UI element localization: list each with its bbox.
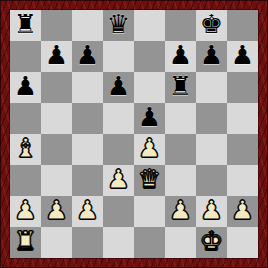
white-pawn-icon[interactable]: ♟ [45,196,68,226]
square-f3[interactable] [165,165,196,196]
black-pawn-icon[interactable]: ♟ [45,41,68,71]
square-c8[interactable] [72,10,103,41]
white-pawn-icon[interactable]: ♟ [14,196,37,226]
square-a3[interactable] [10,165,41,196]
black-pawn-icon[interactable]: ♟ [231,41,254,71]
square-f8[interactable] [165,10,196,41]
square-b8[interactable] [41,10,72,41]
square-d5[interactable] [103,103,134,134]
square-g3[interactable] [196,165,227,196]
square-d1[interactable] [103,227,134,258]
square-f6[interactable]: ♜ [165,72,196,103]
square-a5[interactable] [10,103,41,134]
white-pawn-icon[interactable]: ♟ [231,196,254,226]
square-c1[interactable] [72,227,103,258]
square-c3[interactable] [72,165,103,196]
black-pawn-icon[interactable]: ♟ [200,41,223,71]
square-a6[interactable]: ♟ [10,72,41,103]
square-g8[interactable]: ♚ [196,10,227,41]
board-frame: ♜♛♚♟♟♟♟♟♟♟♜♟♝♟♟♛♟♟♟♟♟♟♜♚ [0,0,268,268]
white-king-icon[interactable]: ♚ [200,227,223,257]
square-e6[interactable] [134,72,165,103]
square-d3[interactable]: ♟ [103,165,134,196]
square-h1[interactable] [227,227,258,258]
square-c2[interactable]: ♟ [72,196,103,227]
square-b1[interactable] [41,227,72,258]
white-bishop-icon[interactable]: ♝ [14,134,37,164]
square-c6[interactable] [72,72,103,103]
white-pawn-icon[interactable]: ♟ [169,196,192,226]
square-b4[interactable] [41,134,72,165]
square-f5[interactable] [165,103,196,134]
square-e3[interactable]: ♛ [134,165,165,196]
black-pawn-icon[interactable]: ♟ [169,41,192,71]
square-a4[interactable]: ♝ [10,134,41,165]
square-f2[interactable]: ♟ [165,196,196,227]
white-pawn-icon[interactable]: ♟ [107,165,130,195]
square-g6[interactable] [196,72,227,103]
square-e8[interactable] [134,10,165,41]
square-e2[interactable] [134,196,165,227]
black-pawn-icon[interactable]: ♟ [107,72,130,102]
square-h5[interactable] [227,103,258,134]
chess-board: ♜♛♚♟♟♟♟♟♟♟♜♟♝♟♟♛♟♟♟♟♟♟♜♚ [10,10,258,258]
square-f4[interactable] [165,134,196,165]
white-rook-icon[interactable]: ♜ [14,227,37,257]
square-a8[interactable]: ♜ [10,10,41,41]
square-c7[interactable]: ♟ [72,41,103,72]
square-f1[interactable] [165,227,196,258]
black-rook-icon[interactable]: ♜ [169,72,192,102]
white-queen-icon[interactable]: ♛ [138,165,161,195]
black-rook-icon[interactable]: ♜ [14,10,37,40]
black-pawn-icon[interactable]: ♟ [138,103,161,133]
black-king-icon[interactable]: ♚ [200,10,223,40]
square-e4[interactable]: ♟ [134,134,165,165]
black-queen-icon[interactable]: ♛ [107,10,130,40]
black-pawn-icon[interactable]: ♟ [76,41,99,71]
square-h7[interactable]: ♟ [227,41,258,72]
white-pawn-icon[interactable]: ♟ [200,196,223,226]
square-g2[interactable]: ♟ [196,196,227,227]
square-g1[interactable]: ♚ [196,227,227,258]
square-a1[interactable]: ♜ [10,227,41,258]
square-g7[interactable]: ♟ [196,41,227,72]
square-b5[interactable] [41,103,72,134]
square-a2[interactable]: ♟ [10,196,41,227]
square-c5[interactable] [72,103,103,134]
square-d2[interactable] [103,196,134,227]
square-c4[interactable] [72,134,103,165]
square-d4[interactable] [103,134,134,165]
black-pawn-icon[interactable]: ♟ [14,72,37,102]
square-h2[interactable]: ♟ [227,196,258,227]
square-f7[interactable]: ♟ [165,41,196,72]
square-b3[interactable] [41,165,72,196]
square-b7[interactable]: ♟ [41,41,72,72]
square-h3[interactable] [227,165,258,196]
white-pawn-icon[interactable]: ♟ [138,134,161,164]
white-pawn-icon[interactable]: ♟ [76,196,99,226]
square-b6[interactable] [41,72,72,103]
square-h6[interactable] [227,72,258,103]
square-h8[interactable] [227,10,258,41]
square-e7[interactable] [134,41,165,72]
square-d6[interactable]: ♟ [103,72,134,103]
square-h4[interactable] [227,134,258,165]
square-e5[interactable]: ♟ [134,103,165,134]
square-b2[interactable]: ♟ [41,196,72,227]
square-g5[interactable] [196,103,227,134]
square-d8[interactable]: ♛ [103,10,134,41]
square-a7[interactable] [10,41,41,72]
square-d7[interactable] [103,41,134,72]
square-e1[interactable] [134,227,165,258]
square-g4[interactable] [196,134,227,165]
